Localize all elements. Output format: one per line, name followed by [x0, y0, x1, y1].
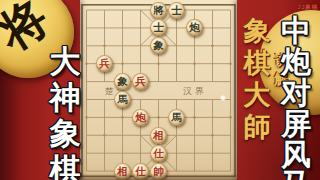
piece-black-士: 士	[168, 2, 185, 19]
piece-char: 馬	[117, 91, 128, 108]
title-char: 棋	[48, 149, 82, 180]
piece-char: 象	[117, 73, 128, 90]
piece-char: 炮	[189, 19, 200, 36]
piece-char: 將	[153, 1, 164, 18]
piece-char: 兵	[99, 55, 110, 72]
title-char: 马	[277, 164, 315, 180]
piece-black-將: 將	[150, 2, 167, 19]
piece-char: 仕	[135, 162, 146, 179]
piece-char: 相	[153, 126, 164, 143]
piece-char: 仕	[153, 144, 164, 161]
piece-black-馬: 馬	[114, 91, 131, 108]
piece-red-相: 相	[114, 163, 131, 180]
video-thumbnail: 楚河汉界 將士士炮象兵象兵馬炮馬相仕相仕帥 将 大神象棋 象棋大師 讲解 中炮对…	[0, 0, 320, 180]
title-char: 棋	[242, 45, 272, 81]
piece-black-象: 象	[114, 73, 131, 90]
river-label-right: 汉界	[183, 86, 207, 96]
title-char: 大	[242, 77, 272, 113]
piece-red-帥: 帥	[150, 163, 167, 180]
sparkle-dot	[220, 95, 226, 101]
piece-char: 象	[153, 37, 164, 54]
piece-red-相: 相	[150, 127, 167, 144]
left-title: 大神象棋	[48, 0, 82, 180]
piece-black-馬: 馬	[168, 109, 185, 126]
piece-char: 士	[171, 1, 182, 18]
piece-char: 兵	[135, 73, 146, 90]
title-char: 象	[242, 13, 272, 49]
piece-red-炮: 炮	[132, 109, 149, 126]
main-title: 中炮对屏风马	[277, 0, 315, 180]
left-banner: 将 大神象棋	[0, 0, 80, 180]
piece-char: 相	[117, 162, 128, 179]
piece-red-仕: 仕	[132, 163, 149, 180]
piece-red-兵: 兵	[132, 73, 149, 90]
piece-red-仕: 仕	[150, 145, 167, 162]
piece-char: 炮	[135, 108, 146, 125]
gold-title: 象棋大師	[242, 0, 272, 180]
app-logo: JJ象棋	[297, 3, 318, 12]
piece-char: 帥	[153, 162, 164, 179]
piece-char: 士	[153, 19, 164, 36]
piece-char: 馬	[171, 108, 182, 125]
title-char: 師	[242, 109, 272, 145]
xiangqi-board: 楚河汉界 將士士炮象兵象兵馬炮馬相仕相仕帥	[78, 0, 238, 180]
right-banner: 象棋大師 讲解 中炮对屏风马 JJ象棋	[237, 0, 320, 180]
